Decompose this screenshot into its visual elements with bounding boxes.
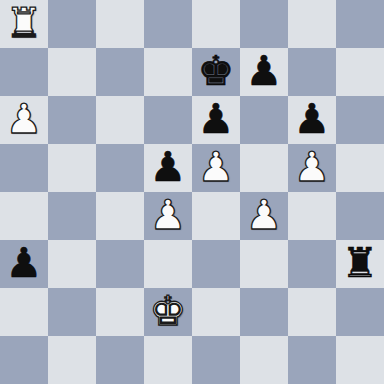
white-pawn[interactable]: ♟ bbox=[294, 143, 331, 191]
square-g6[interactable]: ♟ bbox=[288, 96, 336, 144]
square-c2[interactable] bbox=[96, 288, 144, 336]
square-f1[interactable] bbox=[240, 336, 288, 384]
square-g1[interactable] bbox=[288, 336, 336, 384]
square-b7[interactable] bbox=[48, 48, 96, 96]
white-pawn[interactable]: ♟ bbox=[6, 95, 43, 143]
square-h2[interactable] bbox=[336, 288, 384, 336]
square-d2[interactable]: ♚ bbox=[144, 288, 192, 336]
square-d3[interactable] bbox=[144, 240, 192, 288]
square-h1[interactable] bbox=[336, 336, 384, 384]
square-e4[interactable] bbox=[192, 192, 240, 240]
square-g2[interactable] bbox=[288, 288, 336, 336]
black-pawn[interactable]: ♟ bbox=[6, 239, 43, 287]
square-d4[interactable]: ♟ bbox=[144, 192, 192, 240]
square-d5[interactable]: ♟ bbox=[144, 144, 192, 192]
square-d6[interactable] bbox=[144, 96, 192, 144]
square-b1[interactable] bbox=[48, 336, 96, 384]
square-b3[interactable] bbox=[48, 240, 96, 288]
white-rook[interactable]: ♜ bbox=[6, 0, 43, 47]
square-d1[interactable] bbox=[144, 336, 192, 384]
square-h8[interactable] bbox=[336, 0, 384, 48]
square-g3[interactable] bbox=[288, 240, 336, 288]
square-b4[interactable] bbox=[48, 192, 96, 240]
square-f2[interactable] bbox=[240, 288, 288, 336]
white-king[interactable]: ♚ bbox=[150, 287, 187, 335]
black-king[interactable]: ♚ bbox=[198, 47, 235, 95]
square-c3[interactable] bbox=[96, 240, 144, 288]
square-e6[interactable]: ♟ bbox=[192, 96, 240, 144]
white-pawn[interactable]: ♟ bbox=[198, 143, 235, 191]
black-pawn[interactable]: ♟ bbox=[294, 95, 331, 143]
square-h4[interactable] bbox=[336, 192, 384, 240]
square-g8[interactable] bbox=[288, 0, 336, 48]
square-f4[interactable]: ♟ bbox=[240, 192, 288, 240]
square-h7[interactable] bbox=[336, 48, 384, 96]
square-e3[interactable] bbox=[192, 240, 240, 288]
square-a2[interactable] bbox=[0, 288, 48, 336]
square-a3[interactable]: ♟ bbox=[0, 240, 48, 288]
square-a5[interactable] bbox=[0, 144, 48, 192]
square-c4[interactable] bbox=[96, 192, 144, 240]
square-g5[interactable]: ♟ bbox=[288, 144, 336, 192]
square-h6[interactable] bbox=[336, 96, 384, 144]
square-e2[interactable] bbox=[192, 288, 240, 336]
square-f8[interactable] bbox=[240, 0, 288, 48]
square-a1[interactable] bbox=[0, 336, 48, 384]
square-a4[interactable] bbox=[0, 192, 48, 240]
square-c7[interactable] bbox=[96, 48, 144, 96]
white-pawn[interactable]: ♟ bbox=[246, 191, 283, 239]
square-f3[interactable] bbox=[240, 240, 288, 288]
square-g4[interactable] bbox=[288, 192, 336, 240]
square-h3[interactable]: ♜ bbox=[336, 240, 384, 288]
chess-board: ♜♚♟♟♟♟♟♟♟♟♟♟♜♚ bbox=[0, 0, 384, 384]
square-d8[interactable] bbox=[144, 0, 192, 48]
square-b5[interactable] bbox=[48, 144, 96, 192]
square-c6[interactable] bbox=[96, 96, 144, 144]
square-c8[interactable] bbox=[96, 0, 144, 48]
square-b6[interactable] bbox=[48, 96, 96, 144]
black-pawn[interactable]: ♟ bbox=[198, 95, 235, 143]
black-pawn[interactable]: ♟ bbox=[246, 47, 283, 95]
square-c1[interactable] bbox=[96, 336, 144, 384]
square-b2[interactable] bbox=[48, 288, 96, 336]
square-a7[interactable] bbox=[0, 48, 48, 96]
square-c5[interactable] bbox=[96, 144, 144, 192]
square-g7[interactable] bbox=[288, 48, 336, 96]
square-f6[interactable] bbox=[240, 96, 288, 144]
white-pawn[interactable]: ♟ bbox=[150, 191, 187, 239]
square-e1[interactable] bbox=[192, 336, 240, 384]
square-e7[interactable]: ♚ bbox=[192, 48, 240, 96]
square-e8[interactable] bbox=[192, 0, 240, 48]
square-h5[interactable] bbox=[336, 144, 384, 192]
square-f7[interactable]: ♟ bbox=[240, 48, 288, 96]
square-d7[interactable] bbox=[144, 48, 192, 96]
square-e5[interactable]: ♟ bbox=[192, 144, 240, 192]
square-b8[interactable] bbox=[48, 0, 96, 48]
square-a6[interactable]: ♟ bbox=[0, 96, 48, 144]
square-f5[interactable] bbox=[240, 144, 288, 192]
black-pawn[interactable]: ♟ bbox=[150, 143, 187, 191]
black-rook[interactable]: ♜ bbox=[342, 239, 379, 287]
square-a8[interactable]: ♜ bbox=[0, 0, 48, 48]
